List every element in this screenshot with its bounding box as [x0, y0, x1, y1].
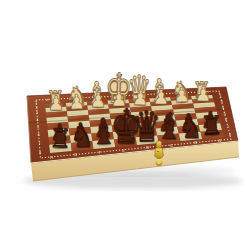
coordinate-label: 5 — [37, 125, 39, 129]
coordinate-label: B — [194, 140, 197, 145]
coordinate-label: 3 — [36, 111, 38, 115]
coordinate-label: B — [69, 97, 71, 101]
coordinate-label: 7 — [227, 125, 229, 129]
coordinate-label: E — [122, 148, 125, 153]
coordinate-label: G — [74, 152, 77, 157]
coordinate-label: 2 — [219, 95, 221, 99]
coordinate-label: C — [170, 143, 173, 148]
coordinate-label: H — [50, 155, 53, 160]
coordinate-label: 3 — [221, 100, 223, 104]
chess-board: HA11GB22FC33ED44DE55CF66BG77AH88 — [0, 0, 250, 250]
coordinate-label: 7 — [38, 142, 40, 146]
coordinate-label: F — [161, 92, 163, 96]
coordinate-label: E — [138, 93, 140, 97]
coordinate-label: A — [218, 138, 221, 143]
chess-set-photo: HA11GB22FC33ED44DE55CF66BG77AH88 ♜♞♝♚♛♝♞… — [0, 0, 250, 250]
coordinate-label: 5 — [223, 112, 225, 116]
coordinate-label: 1 — [35, 101, 37, 105]
coordinate-label: 2 — [35, 106, 37, 110]
coordinate-label: D — [146, 145, 149, 150]
